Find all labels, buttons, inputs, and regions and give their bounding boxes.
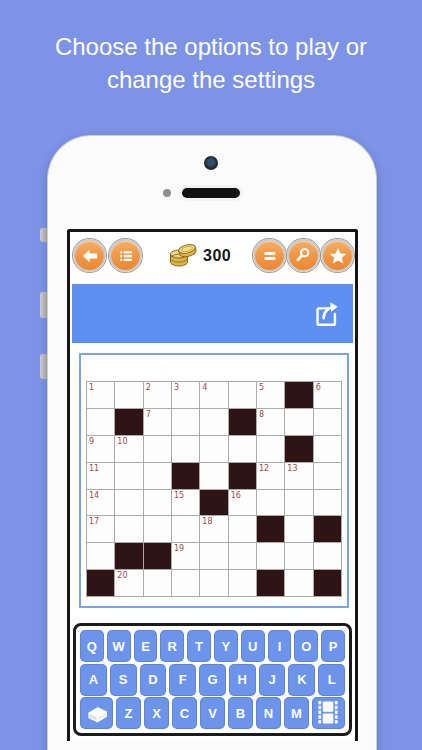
keyboard-row: ZXCVBNM (80, 697, 345, 729)
grid-cell[interactable]: 16 (229, 490, 256, 516)
eraser-icon (84, 701, 110, 725)
grid-cell[interactable] (87, 543, 114, 569)
equals-icon (261, 247, 279, 265)
back-button[interactable] (73, 239, 106, 272)
grid-cell[interactable] (87, 409, 114, 435)
key-y[interactable]: Y (214, 630, 238, 662)
share-icon[interactable] (311, 299, 341, 329)
block-cell (172, 463, 199, 489)
grid-cell[interactable] (285, 490, 312, 516)
block-cell (257, 516, 284, 542)
proximity-sensor-icon (163, 189, 171, 197)
grid-cell[interactable]: 3 (172, 382, 199, 408)
grid-cell[interactable] (115, 490, 142, 516)
clue-number: 3 (174, 383, 179, 392)
star-icon (328, 246, 348, 266)
grid-cell[interactable] (285, 570, 312, 596)
grid-cell[interactable]: 15 (172, 490, 199, 516)
block-cell (115, 409, 142, 435)
key-c[interactable]: C (172, 697, 197, 729)
grid-cell[interactable] (314, 409, 341, 435)
keyboard-row: QWERTYUIOP (80, 630, 345, 662)
grid-cell[interactable] (229, 516, 256, 542)
grid-cell[interactable] (144, 490, 171, 516)
pause-button[interactable] (253, 239, 286, 272)
clue-number: 20 (117, 571, 127, 580)
grid-cell[interactable]: 20 (115, 570, 142, 596)
keyboard-row: ASDFGHJKL (80, 664, 345, 696)
grid-cell[interactable] (285, 516, 312, 542)
grid-cell[interactable] (200, 463, 227, 489)
grid-cell[interactable] (144, 570, 171, 596)
clue-number: 13 (287, 464, 297, 473)
clue-number: 18 (202, 517, 212, 526)
clue-number: 9 (89, 437, 94, 446)
grid-cell[interactable]: 12 (257, 463, 284, 489)
keyboard: QWERTYUIOPASDFGHJKLZXCVBNM (73, 623, 352, 736)
front-camera-icon (204, 156, 218, 170)
key-t[interactable]: T (187, 630, 211, 662)
grid-cell[interactable] (314, 436, 341, 462)
block-cell (314, 516, 341, 542)
key-v[interactable]: V (200, 697, 225, 729)
grid-cell[interactable]: 6 (314, 382, 341, 408)
clue-number: 15 (174, 491, 184, 500)
clue-number: 4 (202, 383, 207, 392)
key-m[interactable]: M (284, 697, 309, 729)
grid-cell[interactable] (172, 570, 199, 596)
arrow-left-icon (80, 246, 100, 266)
key-z[interactable]: Z (116, 697, 141, 729)
clue-number: 16 (231, 491, 241, 500)
block-cell (285, 436, 312, 462)
key-x[interactable]: X (144, 697, 169, 729)
grid-cell[interactable] (115, 463, 142, 489)
grid-cell[interactable] (200, 570, 227, 596)
grid-cell[interactable]: 8 (257, 409, 284, 435)
list-icon (117, 247, 135, 265)
key-e[interactable]: E (134, 630, 158, 662)
grid-cell[interactable] (257, 490, 284, 516)
block-cell (87, 570, 114, 596)
grid-cell[interactable] (144, 436, 171, 462)
grid-cell[interactable] (229, 543, 256, 569)
grid-cell[interactable] (200, 409, 227, 435)
page-title: Choose the options to play or change the… (31, 30, 391, 96)
key-d[interactable]: D (140, 664, 167, 696)
grid-cell[interactable] (314, 543, 341, 569)
grid-cell[interactable]: 14 (87, 490, 114, 516)
key-h[interactable]: H (229, 664, 256, 696)
coins-balance: 300 (166, 241, 231, 271)
clue-number: 7 (146, 410, 151, 419)
grid-cell[interactable]: 19 (172, 543, 199, 569)
block-cell (144, 543, 171, 569)
clue-number: 8 (259, 410, 264, 419)
grid-cell[interactable] (172, 516, 199, 542)
favorite-button[interactable] (321, 239, 354, 272)
grid-cell[interactable] (115, 382, 142, 408)
block-cell (229, 463, 256, 489)
clue-number: 6 (316, 383, 321, 392)
key-s[interactable]: S (110, 664, 137, 696)
key-p[interactable]: P (321, 630, 345, 662)
clue-banner[interactable] (72, 284, 353, 343)
app-screen: 300 1234567891011121314151617181920 QWER… (67, 229, 358, 741)
earpiece-speaker (182, 188, 240, 198)
clue-number: 17 (89, 517, 99, 526)
block-cell (285, 382, 312, 408)
grid-cell[interactable] (200, 543, 227, 569)
grid-cell[interactable]: 5 (257, 382, 284, 408)
block-cell (314, 570, 341, 596)
video-key[interactable] (312, 697, 345, 729)
clue-number: 1 (89, 383, 94, 392)
grid-cell[interactable]: 11 (87, 463, 114, 489)
grid-cell[interactable]: 4 (200, 382, 227, 408)
key-a[interactable]: A (80, 664, 107, 696)
block-cell (229, 409, 256, 435)
toolbar: 300 (70, 232, 355, 282)
crossword-grid: 1234567891011121314151617181920 (86, 381, 342, 597)
clue-number: 5 (259, 383, 264, 392)
key-k[interactable]: K (288, 664, 315, 696)
coin-amount: 300 (203, 247, 231, 265)
key-g[interactable]: G (199, 664, 226, 696)
grid-cell[interactable] (229, 436, 256, 462)
key-l[interactable]: L (318, 664, 345, 696)
grid-cell[interactable] (229, 570, 256, 596)
block-cell (257, 570, 284, 596)
clue-number: 19 (174, 544, 184, 553)
grid-cell[interactable] (172, 436, 199, 462)
grid-cell[interactable]: 10 (115, 436, 142, 462)
grid-cell[interactable] (229, 382, 256, 408)
key-w[interactable]: W (107, 630, 131, 662)
block-cell (115, 543, 142, 569)
grid-cell[interactable] (285, 409, 312, 435)
grid-cell[interactable] (285, 543, 312, 569)
key-r[interactable]: R (160, 630, 184, 662)
grid-cell[interactable] (144, 516, 171, 542)
grid-cell[interactable]: 17 (87, 516, 114, 542)
key-n[interactable]: N (256, 697, 281, 729)
key-b[interactable]: B (228, 697, 253, 729)
grid-cell[interactable] (314, 463, 341, 489)
grid-cell[interactable] (172, 409, 199, 435)
clue-number: 2 (146, 383, 151, 392)
block-cell (200, 490, 227, 516)
grid-cell[interactable]: 7 (144, 409, 171, 435)
grid-cell[interactable] (257, 543, 284, 569)
grid-cell[interactable] (314, 490, 341, 516)
key-i[interactable]: I (268, 630, 292, 662)
erase-key[interactable] (80, 697, 113, 729)
grid-cell[interactable]: 13 (285, 463, 312, 489)
clue-list-button[interactable] (109, 239, 142, 272)
clue-number: 10 (117, 437, 127, 446)
grid-cell[interactable]: 9 (87, 436, 114, 462)
key-u[interactable]: U (241, 630, 265, 662)
grid-cell[interactable]: 1 (87, 382, 114, 408)
key-q[interactable]: Q (80, 630, 104, 662)
magnifier-icon (294, 246, 313, 265)
coins-icon (166, 240, 200, 272)
grid-cell[interactable] (115, 516, 142, 542)
grid-cell[interactable] (200, 436, 227, 462)
clue-number: 12 (259, 464, 269, 473)
iphone-frame: 300 1234567891011121314151617181920 QWER… (47, 135, 377, 750)
grid-cell[interactable]: 18 (200, 516, 227, 542)
film-icon (317, 700, 339, 726)
clue-number: 11 (89, 464, 99, 473)
grid-cell[interactable] (257, 436, 284, 462)
grid-cell[interactable]: 2 (144, 382, 171, 408)
key-j[interactable]: J (259, 664, 286, 696)
clue-number: 14 (89, 491, 99, 500)
grid-cell[interactable] (144, 463, 171, 489)
hint-button[interactable] (287, 239, 320, 272)
crossword-panel: 1234567891011121314151617181920 (79, 353, 349, 608)
key-o[interactable]: O (294, 630, 318, 662)
key-f[interactable]: F (169, 664, 196, 696)
